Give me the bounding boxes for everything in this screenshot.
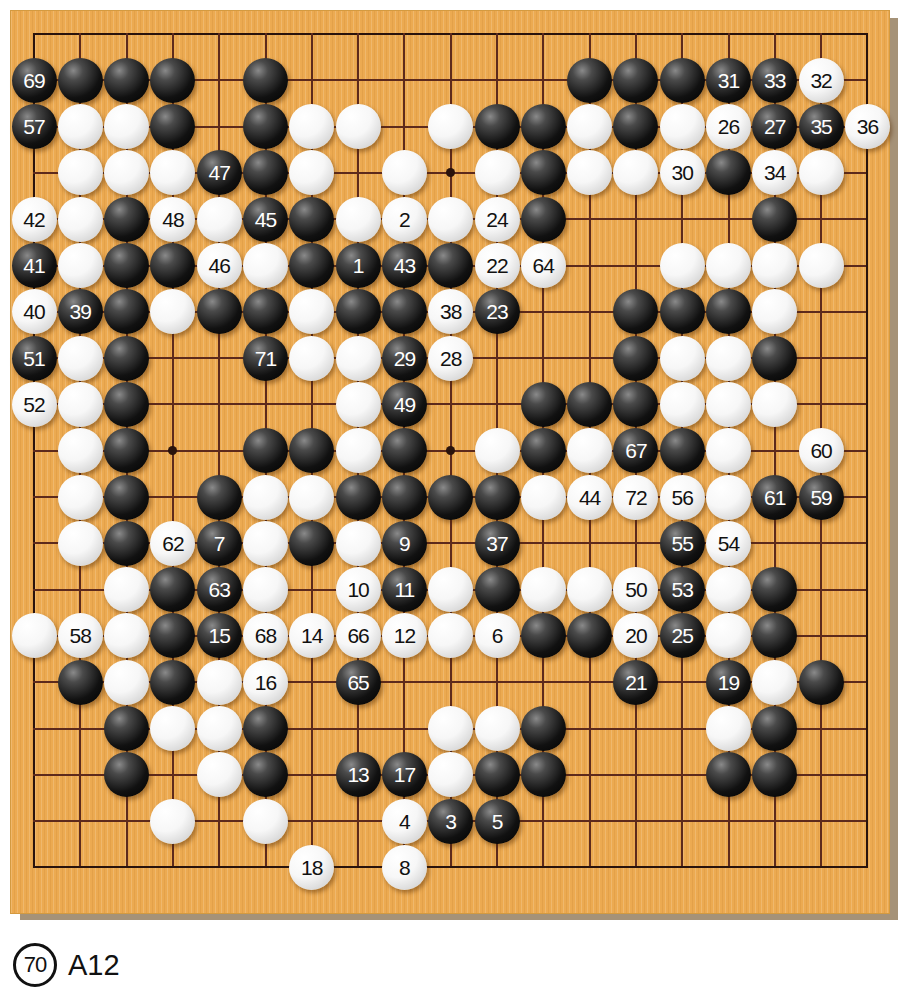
white-stone-3-4	[104, 150, 149, 195]
black-stone-11-13	[475, 567, 520, 612]
white-stone-16-16	[706, 706, 751, 751]
black-stone-16-17	[706, 752, 751, 797]
black-stone-3-12	[104, 521, 149, 566]
white-stone-2-5	[58, 197, 103, 242]
black-stone-6-5: 45	[243, 197, 288, 242]
white-stone-6-15: 16	[243, 660, 288, 705]
white-stone-11-16	[475, 706, 520, 751]
black-stone-15-2	[660, 58, 705, 103]
move-number-label: 19	[718, 672, 739, 693]
black-stone-17-17	[752, 752, 797, 797]
move-number-label: 55	[672, 533, 693, 554]
move-70-coordinate: A12	[68, 949, 120, 982]
move-number-label: 29	[394, 348, 415, 369]
white-stone-18-4	[799, 150, 844, 195]
white-stone-7-4	[289, 150, 334, 195]
black-stone-6-17	[243, 752, 288, 797]
white-stone-5-15	[197, 660, 242, 705]
black-stone-8-11	[336, 475, 381, 520]
move-70-stone-icon: 70	[13, 943, 57, 987]
white-stone-2-10	[58, 428, 103, 473]
black-stone-3-16	[104, 706, 149, 751]
move-number-label: 62	[162, 533, 183, 554]
white-stone-10-14	[428, 613, 473, 658]
white-stone-3-15	[104, 660, 149, 705]
white-stone-9-18: 4	[382, 799, 427, 844]
white-stone-4-16	[150, 706, 195, 751]
black-stone-8-17: 13	[336, 752, 381, 797]
black-stone-4-14	[150, 613, 195, 658]
black-stone-4-13	[150, 567, 195, 612]
white-stone-5-16	[197, 706, 242, 751]
white-stone-15-6	[660, 243, 705, 288]
move-number-label: 58	[70, 625, 91, 646]
black-stone-8-6: 1	[336, 243, 381, 288]
white-stone-10-3	[428, 104, 473, 149]
black-stone-15-13: 53	[660, 567, 705, 612]
black-stone-9-17: 17	[382, 752, 427, 797]
move-number-label: 48	[162, 209, 183, 230]
black-stone-16-4	[706, 150, 751, 195]
black-stone-18-11: 59	[799, 475, 844, 520]
white-stone-10-17	[428, 752, 473, 797]
white-stone-18-6	[799, 243, 844, 288]
white-stone-6-6	[243, 243, 288, 288]
white-stone-6-14: 68	[243, 613, 288, 658]
white-stone-11-14: 6	[475, 613, 520, 658]
go-board[interactable]: 6931333257262735364730344248452244146143…	[10, 10, 890, 914]
move-number-label: 45	[255, 209, 276, 230]
black-stone-12-3	[521, 104, 566, 149]
black-stone-3-11	[104, 475, 149, 520]
black-stone-14-7	[613, 289, 658, 334]
move-number-label: 11	[394, 579, 414, 600]
black-stone-5-7	[197, 289, 242, 334]
white-stone-16-8	[706, 336, 751, 381]
white-stone-13-13	[567, 567, 612, 612]
move-number-label: 44	[579, 487, 600, 508]
black-stone-9-13: 11	[382, 567, 427, 612]
white-stone-14-4	[613, 150, 658, 195]
move-number-label: 68	[255, 625, 276, 646]
hoshi-point	[168, 446, 177, 455]
black-stone-13-2	[567, 58, 612, 103]
black-stone-12-16	[521, 706, 566, 751]
black-stone-2-15	[58, 660, 103, 705]
move-number-label: 66	[347, 625, 368, 646]
black-stone-4-15	[150, 660, 195, 705]
move-number-label: 25	[672, 625, 693, 646]
move-number-label: 8	[399, 857, 410, 878]
black-stone-17-16	[752, 706, 797, 751]
white-stone-17-4: 34	[752, 150, 797, 195]
move-number-label: 46	[209, 255, 230, 276]
move-number-label: 10	[347, 579, 368, 600]
move-number-label: 21	[625, 672, 646, 693]
black-stone-11-17	[475, 752, 520, 797]
black-stone-9-9: 49	[382, 382, 427, 427]
black-stone-17-2: 33	[752, 58, 797, 103]
white-stone-18-10: 60	[799, 428, 844, 473]
white-stone-12-13	[521, 567, 566, 612]
white-stone-4-4	[150, 150, 195, 195]
black-stone-7-10	[289, 428, 334, 473]
white-stone-8-8	[336, 336, 381, 381]
white-stone-8-14: 66	[336, 613, 381, 658]
black-stone-9-10	[382, 428, 427, 473]
move-number-label: 42	[23, 209, 44, 230]
black-stone-6-8: 71	[243, 336, 288, 381]
move-number-label: 24	[486, 209, 507, 230]
black-stone-8-7	[336, 289, 381, 334]
move-number-label: 39	[70, 301, 91, 322]
move-number-label: 32	[810, 70, 831, 91]
black-stone-1-2: 69	[12, 58, 57, 103]
black-stone-4-3	[150, 104, 195, 149]
white-stone-5-17	[197, 752, 242, 797]
white-stone-2-9	[58, 382, 103, 427]
white-stone-15-11: 56	[660, 475, 705, 520]
black-stone-7-5	[289, 197, 334, 242]
move-number-label: 60	[810, 440, 831, 461]
page: 6931333257262735364730344248452244146143…	[0, 0, 900, 1001]
white-stone-13-11: 44	[567, 475, 612, 520]
white-stone-2-14: 58	[58, 613, 103, 658]
black-stone-12-9	[521, 382, 566, 427]
black-stone-4-2	[150, 58, 195, 103]
move-number-label: 50	[625, 579, 646, 600]
black-stone-6-2	[243, 58, 288, 103]
white-stone-6-18	[243, 799, 288, 844]
black-stone-18-15	[799, 660, 844, 705]
white-stone-11-6: 22	[475, 243, 520, 288]
move-number-label: 2	[399, 209, 410, 230]
white-stone-14-11: 72	[613, 475, 658, 520]
black-stone-11-11	[475, 475, 520, 520]
black-stone-6-7	[243, 289, 288, 334]
black-stone-3-7	[104, 289, 149, 334]
white-stone-4-7	[150, 289, 195, 334]
black-stone-17-11: 61	[752, 475, 797, 520]
move-number-label: 5	[492, 811, 503, 832]
black-stone-17-5	[752, 197, 797, 242]
black-stone-16-7	[706, 289, 751, 334]
white-stone-8-10	[336, 428, 381, 473]
white-stone-10-7: 38	[428, 289, 473, 334]
move-number-label: 1	[353, 255, 364, 276]
white-stone-1-5: 42	[12, 197, 57, 242]
white-stone-8-13: 10	[336, 567, 381, 612]
move-number-label: 12	[394, 625, 415, 646]
move-number-label: 31	[718, 70, 739, 91]
white-stone-10-8: 28	[428, 336, 473, 381]
move-number-label: 4	[399, 811, 410, 832]
black-stone-17-13	[752, 567, 797, 612]
move-number-label: 67	[625, 440, 646, 461]
white-stone-10-5	[428, 197, 473, 242]
grid-line-vertical	[866, 33, 868, 868]
white-stone-1-7: 40	[12, 289, 57, 334]
move-number-label: 34	[764, 162, 785, 183]
white-stone-16-6	[706, 243, 751, 288]
white-stone-2-12	[58, 521, 103, 566]
move-number-label: 18	[301, 857, 322, 878]
move-number-label: 28	[440, 348, 461, 369]
white-stone-7-3	[289, 104, 334, 149]
black-stone-16-2: 31	[706, 58, 751, 103]
move-number-label: 17	[394, 764, 415, 785]
black-stone-14-2	[613, 58, 658, 103]
move-number-label: 37	[486, 533, 507, 554]
move-number-label: 7	[214, 533, 225, 554]
white-stone-7-7	[289, 289, 334, 334]
black-stone-17-14	[752, 613, 797, 658]
black-stone-13-9	[567, 382, 612, 427]
move-number-label: 20	[625, 625, 646, 646]
move-number-label: 71	[255, 348, 276, 369]
move-number-label: 9	[399, 533, 410, 554]
black-stone-11-3	[475, 104, 520, 149]
white-stone-15-4: 30	[660, 150, 705, 195]
white-stone-2-4	[58, 150, 103, 195]
black-stone-18-3: 35	[799, 104, 844, 149]
white-stone-9-5: 2	[382, 197, 427, 242]
black-stone-5-4: 47	[197, 150, 242, 195]
white-stone-14-14: 20	[613, 613, 658, 658]
black-stone-5-12: 7	[197, 521, 242, 566]
white-stone-18-2: 32	[799, 58, 844, 103]
black-stone-12-5	[521, 197, 566, 242]
black-stone-8-15: 65	[336, 660, 381, 705]
black-stone-14-10: 67	[613, 428, 658, 473]
white-stone-9-19: 8	[382, 845, 427, 890]
move-number-label: 14	[301, 625, 322, 646]
black-stone-10-11	[428, 475, 473, 520]
white-stone-12-11	[521, 475, 566, 520]
move-number-label: 27	[764, 116, 785, 137]
black-stone-12-14	[521, 613, 566, 658]
black-stone-17-8	[752, 336, 797, 381]
black-stone-12-10	[521, 428, 566, 473]
white-stone-12-6: 64	[521, 243, 566, 288]
black-stone-5-13: 63	[197, 567, 242, 612]
move-number-label: 72	[625, 487, 646, 508]
black-stone-14-15: 21	[613, 660, 658, 705]
white-stone-15-3	[660, 104, 705, 149]
white-stone-7-19: 18	[289, 845, 334, 890]
move-number-label: 16	[255, 672, 276, 693]
white-stone-7-14: 14	[289, 613, 334, 658]
black-stone-17-3: 27	[752, 104, 797, 149]
white-stone-8-12	[336, 521, 381, 566]
white-stone-8-5	[336, 197, 381, 242]
black-stone-14-3	[613, 104, 658, 149]
white-stone-11-10	[475, 428, 520, 473]
white-stone-13-3	[567, 104, 612, 149]
white-stone-14-13: 50	[613, 567, 658, 612]
white-stone-2-8	[58, 336, 103, 381]
white-stone-13-10	[567, 428, 612, 473]
black-stone-7-6	[289, 243, 334, 288]
move-number-label: 69	[23, 70, 44, 91]
grid-line-horizontal	[33, 866, 868, 868]
white-stone-3-3	[104, 104, 149, 149]
move-number-label: 30	[672, 162, 693, 183]
white-stone-4-18	[150, 799, 195, 844]
move-note: 70 A12	[13, 943, 120, 987]
black-stone-11-7: 23	[475, 289, 520, 334]
white-stone-3-14	[104, 613, 149, 658]
move-number-label: 33	[764, 70, 785, 91]
white-stone-19-3: 36	[845, 104, 890, 149]
black-stone-6-16	[243, 706, 288, 751]
black-stone-3-2	[104, 58, 149, 103]
move-number-label: 43	[394, 255, 415, 276]
move-number-label: 49	[394, 394, 415, 415]
white-stone-13-4	[567, 150, 612, 195]
black-stone-3-9	[104, 382, 149, 427]
move-number-label: 38	[440, 301, 461, 322]
white-stone-10-13	[428, 567, 473, 612]
white-stone-9-14: 12	[382, 613, 427, 658]
black-stone-14-9	[613, 382, 658, 427]
move-number-label: 15	[209, 625, 230, 646]
white-stone-16-11	[706, 475, 751, 520]
white-stone-6-12	[243, 521, 288, 566]
move-number-label: 35	[810, 116, 831, 137]
black-stone-11-12: 37	[475, 521, 520, 566]
move-70-number: 70	[24, 952, 46, 978]
white-stone-11-4	[475, 150, 520, 195]
move-number-label: 26	[718, 116, 739, 137]
black-stone-6-4	[243, 150, 288, 195]
move-number-label: 51	[23, 348, 44, 369]
hoshi-point	[446, 446, 455, 455]
white-stone-2-11	[58, 475, 103, 520]
move-number-label: 47	[209, 162, 230, 183]
black-stone-12-17	[521, 752, 566, 797]
move-number-label: 54	[718, 533, 739, 554]
black-stone-1-6: 41	[12, 243, 57, 288]
black-stone-1-8: 51	[12, 336, 57, 381]
black-stone-15-10	[660, 428, 705, 473]
white-stone-16-13	[706, 567, 751, 612]
black-stone-11-18: 5	[475, 799, 520, 844]
white-stone-6-13	[243, 567, 288, 612]
black-stone-3-6	[104, 243, 149, 288]
white-stone-17-15	[752, 660, 797, 705]
black-stone-4-6	[150, 243, 195, 288]
black-stone-15-7	[660, 289, 705, 334]
move-number-label: 41	[23, 255, 44, 276]
move-number-label: 36	[857, 116, 878, 137]
black-stone-5-11	[197, 475, 242, 520]
white-stone-16-12: 54	[706, 521, 751, 566]
white-stone-16-9	[706, 382, 751, 427]
black-stone-9-7	[382, 289, 427, 334]
white-stone-16-10	[706, 428, 751, 473]
black-stone-3-8	[104, 336, 149, 381]
black-stone-13-14	[567, 613, 612, 658]
move-number-label: 23	[486, 301, 507, 322]
white-stone-6-11	[243, 475, 288, 520]
move-number-label: 65	[347, 672, 368, 693]
white-stone-4-5: 48	[150, 197, 195, 242]
black-stone-1-3: 57	[12, 104, 57, 149]
move-number-label: 3	[445, 811, 456, 832]
white-stone-1-14	[12, 613, 57, 658]
black-stone-3-10	[104, 428, 149, 473]
white-stone-17-6	[752, 243, 797, 288]
black-stone-5-14: 15	[197, 613, 242, 658]
white-stone-2-3	[58, 104, 103, 149]
white-stone-5-6: 46	[197, 243, 242, 288]
white-stone-16-14	[706, 613, 751, 658]
white-stone-2-6	[58, 243, 103, 288]
black-stone-15-12: 55	[660, 521, 705, 566]
hoshi-point	[446, 168, 455, 177]
white-stone-10-16	[428, 706, 473, 751]
black-stone-10-18: 3	[428, 799, 473, 844]
black-stone-9-11	[382, 475, 427, 520]
black-stone-12-4	[521, 150, 566, 195]
black-stone-9-8: 29	[382, 336, 427, 381]
black-stone-2-2	[58, 58, 103, 103]
black-stone-9-12: 9	[382, 521, 427, 566]
white-stone-17-9	[752, 382, 797, 427]
white-stone-16-3: 26	[706, 104, 751, 149]
white-stone-8-3	[336, 104, 381, 149]
move-number-label: 64	[533, 255, 554, 276]
move-number-label: 13	[347, 764, 368, 785]
move-number-label: 6	[492, 625, 503, 646]
move-number-label: 63	[209, 579, 230, 600]
move-number-label: 57	[23, 116, 44, 137]
black-stone-16-15: 19	[706, 660, 751, 705]
white-stone-15-8	[660, 336, 705, 381]
black-stone-10-6	[428, 243, 473, 288]
black-stone-9-6: 43	[382, 243, 427, 288]
white-stone-3-13	[104, 567, 149, 612]
white-stone-5-5	[197, 197, 242, 242]
white-stone-4-12: 62	[150, 521, 195, 566]
white-stone-7-11	[289, 475, 334, 520]
white-stone-17-7	[752, 289, 797, 334]
black-stone-3-5	[104, 197, 149, 242]
white-stone-7-8	[289, 336, 334, 381]
black-stone-2-7: 39	[58, 289, 103, 334]
white-stone-8-9	[336, 382, 381, 427]
move-number-label: 56	[672, 487, 693, 508]
move-number-label: 59	[810, 487, 831, 508]
move-number-label: 52	[23, 394, 44, 415]
move-number-label: 53	[672, 579, 693, 600]
white-stone-11-5: 24	[475, 197, 520, 242]
black-stone-7-12	[289, 521, 334, 566]
black-stone-6-10	[243, 428, 288, 473]
move-number-label: 40	[23, 301, 44, 322]
white-stone-15-9	[660, 382, 705, 427]
black-stone-3-17	[104, 752, 149, 797]
white-stone-1-9: 52	[12, 382, 57, 427]
black-stone-14-8	[613, 336, 658, 381]
black-stone-6-3	[243, 104, 288, 149]
white-stone-9-4	[382, 150, 427, 195]
black-stone-15-14: 25	[660, 613, 705, 658]
move-number-label: 22	[486, 255, 507, 276]
move-number-label: 61	[764, 487, 785, 508]
